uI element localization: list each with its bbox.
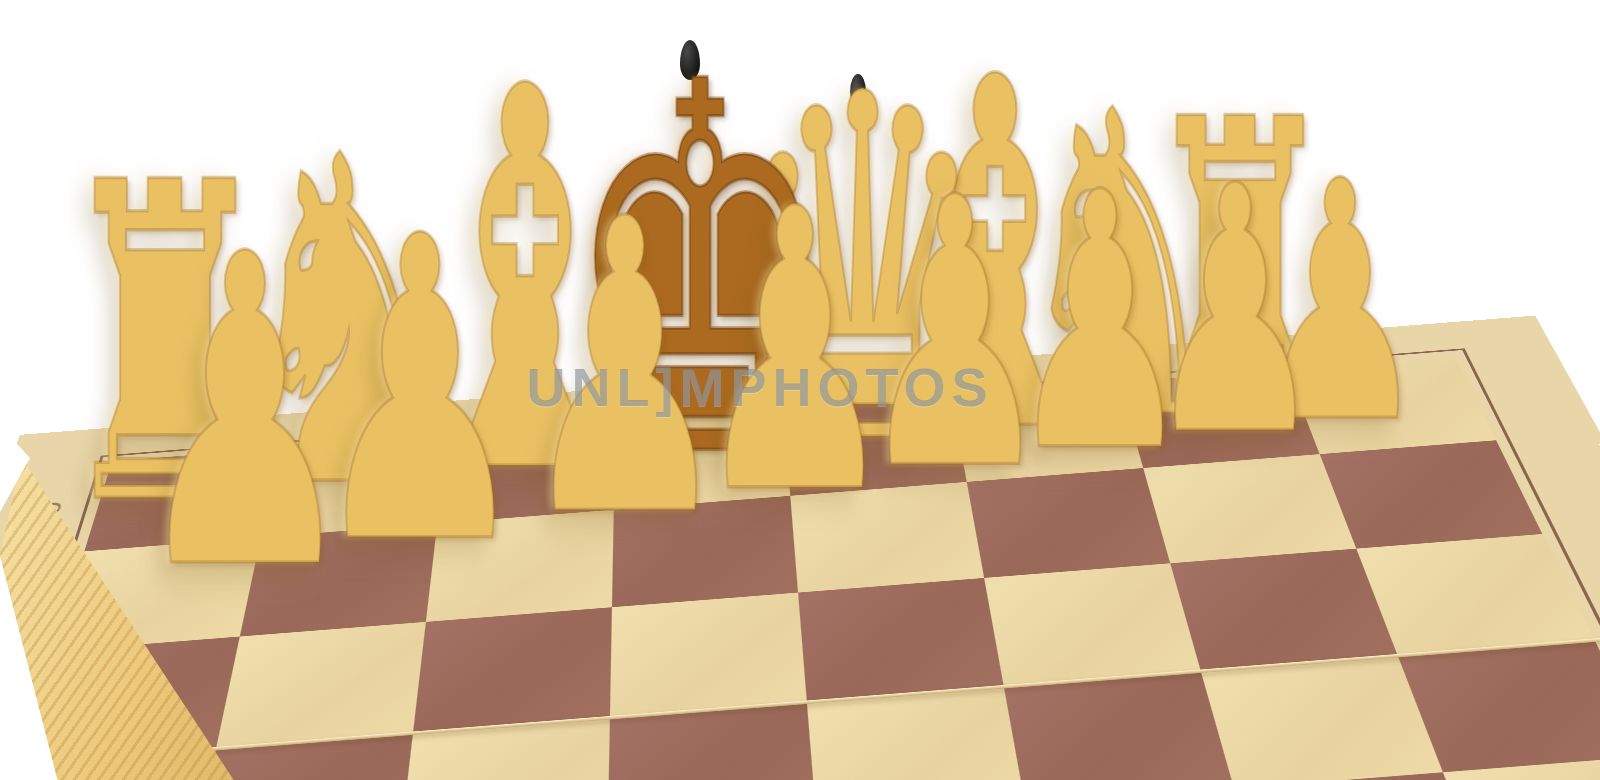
piece-light-pawn-a7[interactable]: ♟ [132,200,358,628]
watermark-text: UNL]MPHOTOS [520,356,1000,418]
photo-stage: 8765 ♜♞♝♚♛♝♞♜♟♟♟♟♟♟♟♟ UNL]MPHOTOS [0,0,1600,780]
